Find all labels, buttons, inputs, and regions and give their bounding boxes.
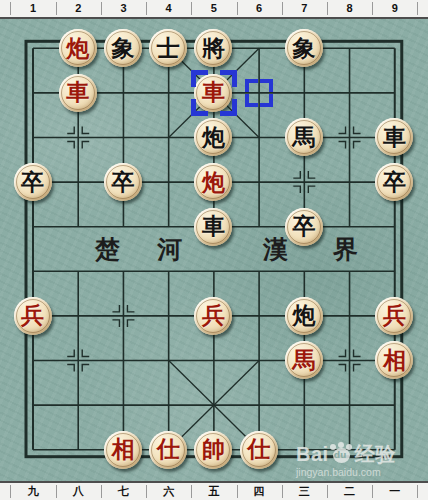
board-point-f5r6[interactable]: 兵 — [191, 294, 236, 339]
baidu-logo-text-jingyan: 经验 — [355, 444, 396, 464]
piece-character: 兵 — [383, 304, 406, 327]
red-piece-車[interactable]: 車 — [59, 74, 97, 112]
red-piece-車[interactable]: 車 — [194, 74, 232, 112]
piece-character: 兵 — [21, 304, 44, 327]
board-point-f7r8[interactable] — [281, 383, 326, 428]
watermark-url: jingyan.baidu.com — [296, 467, 424, 478]
ruler-tick — [10, 485, 11, 498]
board-point-f2r4[interactable] — [55, 204, 100, 249]
bottom-file-label-9: 一 — [380, 483, 410, 500]
board-point-f9r6[interactable]: 兵 — [372, 294, 417, 339]
board-point-f2r3[interactable] — [55, 160, 100, 205]
board-point-f2r5[interactable] — [55, 249, 100, 294]
red-piece-炮[interactable]: 炮 — [194, 163, 232, 201]
ruler-tick — [191, 2, 192, 15]
top-file-label-5: 5 — [199, 0, 229, 17]
red-piece-兵[interactable]: 兵 — [375, 297, 413, 335]
board-point-f1r0[interactable] — [10, 26, 55, 71]
board-point-f3r1[interactable] — [100, 71, 145, 116]
red-piece-仕[interactable]: 仕 — [149, 431, 187, 469]
board-point-f3r9[interactable]: 相 — [100, 427, 145, 472]
board-point-f7r5[interactable] — [281, 249, 326, 294]
board-point-f2r9[interactable] — [55, 427, 100, 472]
bottom-file-label-8: 二 — [335, 483, 365, 500]
ruler-tick — [146, 2, 147, 15]
board-point-f7r3[interactable] — [281, 160, 326, 205]
black-piece-卒[interactable]: 卒 — [375, 163, 413, 201]
bottom-file-label-1: 九 — [18, 483, 48, 500]
board-point-f4r9[interactable]: 仕 — [146, 427, 191, 472]
red-piece-相[interactable]: 相 — [375, 341, 413, 379]
baidu-paw-icon: du — [330, 442, 354, 464]
piece-character: 馬 — [292, 126, 315, 149]
board-point-f6r5[interactable] — [236, 249, 281, 294]
piece-character: 將 — [202, 37, 225, 60]
bottom-file-label-2: 八 — [63, 483, 93, 500]
board-point-f2r2[interactable] — [55, 115, 100, 160]
board-point-f3r6[interactable] — [100, 294, 145, 339]
piece-character: 仕 — [247, 438, 270, 461]
piece-character: 炮 — [66, 37, 89, 60]
board-point-f7r0[interactable]: 象 — [281, 26, 326, 71]
ruler-tick — [101, 485, 102, 498]
board-point-f1r6[interactable]: 兵 — [10, 294, 55, 339]
board-point-f5r7[interactable] — [191, 338, 236, 383]
board-point-f8r4[interactable] — [327, 204, 372, 249]
piece-character: 車 — [202, 81, 225, 104]
red-piece-相[interactable]: 相 — [104, 431, 142, 469]
board-point-f9r4[interactable] — [372, 204, 417, 249]
bottom-file-label-4: 六 — [154, 483, 184, 500]
top-file-label-8: 8 — [335, 0, 365, 17]
board-point-f1r1[interactable] — [10, 71, 55, 116]
board-point-f6r9[interactable]: 仕 — [236, 427, 281, 472]
black-piece-炮[interactable]: 炮 — [285, 297, 323, 335]
board-point-f5r8[interactable] — [191, 383, 236, 428]
ruler-tick — [10, 2, 11, 15]
board-point-f1r3[interactable]: 卒 — [10, 160, 55, 205]
ruler-tick — [282, 485, 283, 498]
board-point-f5r1[interactable]: 車 — [191, 71, 236, 116]
board-point-f2r6[interactable] — [55, 294, 100, 339]
board-point-f8r3[interactable] — [327, 160, 372, 205]
board-point-f6r0[interactable] — [236, 26, 281, 71]
board-point-f4r3[interactable] — [146, 160, 191, 205]
piece-character: 炮 — [202, 126, 225, 149]
board-point-f5r3[interactable]: 炮 — [191, 160, 236, 205]
black-piece-馬[interactable]: 馬 — [285, 118, 323, 156]
top-file-label-6: 6 — [244, 0, 274, 17]
bottom-file-label-6: 四 — [244, 483, 274, 500]
bottom-file-ruler: 九八七六五四三二一 — [0, 481, 428, 500]
piece-character: 車 — [66, 81, 89, 104]
board-point-f6r3[interactable] — [236, 160, 281, 205]
baidu-logo-text-bai: Bai — [296, 444, 329, 464]
bottom-file-label-3: 七 — [108, 483, 138, 500]
board-point-f2r1[interactable]: 車 — [55, 71, 100, 116]
board-point-f3r7[interactable] — [100, 338, 145, 383]
board-point-f8r1[interactable] — [327, 71, 372, 116]
board-point-f9r2[interactable]: 車 — [372, 115, 417, 160]
board-point-f4r8[interactable] — [146, 383, 191, 428]
board-point-f4r4[interactable] — [146, 204, 191, 249]
ruler-tick — [56, 485, 57, 498]
board-point-f9r8[interactable] — [372, 383, 417, 428]
top-file-label-9: 9 — [380, 0, 410, 17]
ruler-tick — [372, 485, 373, 498]
ruler-tick — [282, 2, 283, 15]
board-point-f4r1[interactable] — [146, 71, 191, 116]
board-point-f5r5[interactable] — [191, 249, 236, 294]
black-piece-卒[interactable]: 卒 — [14, 163, 52, 201]
red-piece-兵[interactable]: 兵 — [14, 297, 52, 335]
board-point-f3r5[interactable] — [100, 249, 145, 294]
red-piece-炮[interactable]: 炮 — [59, 29, 97, 67]
piece-character: 馬 — [292, 349, 315, 372]
piece-character: 炮 — [202, 171, 225, 194]
black-piece-炮[interactable]: 炮 — [194, 118, 232, 156]
board-point-f7r4[interactable]: 卒 — [281, 204, 326, 249]
red-piece-馬[interactable]: 馬 — [285, 341, 323, 379]
piece-character: 象 — [112, 37, 135, 60]
board-point-f3r4[interactable] — [100, 204, 145, 249]
board-point-f3r8[interactable] — [100, 383, 145, 428]
piece-character: 仕 — [157, 438, 180, 461]
board-point-f4r5[interactable] — [146, 249, 191, 294]
board-point-f7r2[interactable]: 馬 — [281, 115, 326, 160]
board-point-f6r1[interactable] — [236, 71, 281, 116]
bottom-file-label-5: 五 — [199, 483, 229, 500]
piece-character: 卒 — [112, 171, 135, 194]
red-piece-兵[interactable]: 兵 — [194, 297, 232, 335]
xiangqi-board: 炮象士將象車車炮馬車卒卒炮卒車卒兵兵炮兵馬相相仕帥仕 — [10, 26, 417, 472]
piece-character: 相 — [112, 438, 135, 461]
xiangqi-app-screenshot: 123456789 楚河漢界 炮象士將象車車炮馬車卒卒炮卒車卒兵兵炮兵馬相相仕帥… — [0, 0, 428, 500]
board-point-f6r7[interactable] — [236, 338, 281, 383]
board-point-f3r3[interactable]: 卒 — [100, 160, 145, 205]
board-point-f4r0[interactable]: 士 — [146, 26, 191, 71]
piece-character: 車 — [202, 215, 225, 238]
ruler-tick — [146, 485, 147, 498]
ruler-tick — [327, 485, 328, 498]
board-point-f7r7[interactable]: 馬 — [281, 338, 326, 383]
board-point-f3r2[interactable] — [100, 115, 145, 160]
board-point-f5r0[interactable]: 將 — [191, 26, 236, 71]
black-piece-卒[interactable]: 卒 — [285, 208, 323, 246]
red-piece-仕[interactable]: 仕 — [240, 431, 278, 469]
board-point-f9r3[interactable]: 卒 — [372, 160, 417, 205]
board-point-f2r0[interactable]: 炮 — [55, 26, 100, 71]
ruler-tick — [372, 2, 373, 15]
board-point-f8r8[interactable] — [327, 383, 372, 428]
ruler-tick — [417, 485, 418, 498]
board-point-f6r4[interactable] — [236, 204, 281, 249]
board-point-f8r5[interactable] — [327, 249, 372, 294]
ruler-tick — [191, 485, 192, 498]
board-point-f4r7[interactable] — [146, 338, 191, 383]
black-piece-車[interactable]: 車 — [194, 208, 232, 246]
piece-character: 相 — [383, 349, 406, 372]
board-point-f4r2[interactable] — [146, 115, 191, 160]
board-point-f6r6[interactable] — [236, 294, 281, 339]
ruler-tick — [417, 2, 418, 15]
top-file-label-4: 4 — [154, 0, 184, 17]
black-piece-卒[interactable]: 卒 — [104, 163, 142, 201]
baidu-logo-text-du: du — [334, 451, 347, 460]
piece-character: 卒 — [383, 171, 406, 194]
board-point-f3r0[interactable]: 象 — [100, 26, 145, 71]
top-file-label-7: 7 — [289, 0, 319, 17]
board-point-f7r6[interactable]: 炮 — [281, 294, 326, 339]
black-piece-將[interactable]: 將 — [194, 29, 232, 67]
board-point-f8r6[interactable] — [327, 294, 372, 339]
board-point-f5r9[interactable]: 帥 — [191, 427, 236, 472]
board-point-f1r4[interactable] — [10, 204, 55, 249]
board-point-f1r2[interactable] — [10, 115, 55, 160]
ruler-tick — [101, 2, 102, 15]
red-piece-帥[interactable]: 帥 — [194, 431, 232, 469]
board-point-f1r9[interactable] — [10, 427, 55, 472]
board-point-f8r7[interactable] — [327, 338, 372, 383]
board-point-f9r7[interactable]: 相 — [372, 338, 417, 383]
piece-character: 帥 — [202, 438, 225, 461]
board-point-f9r1[interactable] — [372, 71, 417, 116]
board-point-f7r1[interactable] — [281, 71, 326, 116]
ruler-tick — [237, 485, 238, 498]
board-point-f2r8[interactable] — [55, 383, 100, 428]
board-point-f1r7[interactable] — [10, 338, 55, 383]
bottom-file-label-7: 三 — [289, 483, 319, 500]
ruler-tick — [327, 2, 328, 15]
top-file-label-3: 3 — [108, 0, 138, 17]
piece-character: 象 — [292, 37, 315, 60]
piece-character: 卒 — [21, 171, 44, 194]
baidu-jingyan-watermark: Bai du 经验 jingyan.baidu.com — [296, 442, 424, 478]
board-point-f5r2[interactable]: 炮 — [191, 115, 236, 160]
ruler-tick — [56, 2, 57, 15]
piece-character: 車 — [383, 126, 406, 149]
piece-character: 兵 — [202, 304, 225, 327]
board-point-f1r5[interactable] — [10, 249, 55, 294]
top-file-ruler: 123456789 — [0, 0, 428, 19]
piece-character: 炮 — [292, 304, 315, 327]
board-point-f4r6[interactable] — [146, 294, 191, 339]
piece-character: 士 — [157, 37, 180, 60]
black-piece-士[interactable]: 士 — [149, 29, 187, 67]
board-point-f8r2[interactable] — [327, 115, 372, 160]
board-point-f8r0[interactable] — [327, 26, 372, 71]
board-point-f6r2[interactable] — [236, 115, 281, 160]
black-piece-象[interactable]: 象 — [285, 29, 323, 67]
black-piece-車[interactable]: 車 — [375, 118, 413, 156]
piece-character: 卒 — [292, 215, 315, 238]
board-point-f2r7[interactable] — [55, 338, 100, 383]
baidu-logo: Bai du 经验 — [296, 442, 424, 464]
board-point-f9r5[interactable] — [372, 249, 417, 294]
board-point-f5r4[interactable]: 車 — [191, 204, 236, 249]
board-point-f6r8[interactable] — [236, 383, 281, 428]
ruler-tick — [237, 2, 238, 15]
board-point-f9r0[interactable] — [372, 26, 417, 71]
black-piece-象[interactable]: 象 — [104, 29, 142, 67]
board-point-f1r8[interactable] — [10, 383, 55, 428]
top-file-label-2: 2 — [63, 0, 93, 17]
top-file-label-1: 1 — [18, 0, 48, 17]
